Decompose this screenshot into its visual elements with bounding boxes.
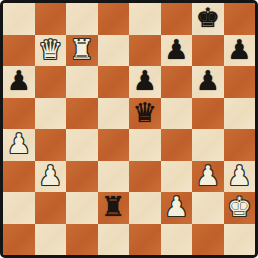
square-d1[interactable] (98, 224, 130, 256)
square-h3[interactable]: ♟ (224, 161, 256, 193)
square-d5[interactable] (98, 98, 130, 130)
piece-white-pawn[interactable]: ♟ (227, 162, 251, 189)
square-h1[interactable] (224, 224, 256, 256)
square-a5[interactable] (3, 98, 35, 130)
square-e6[interactable]: ♟ (129, 66, 161, 98)
square-f2[interactable]: ♟ (161, 192, 193, 224)
square-d7[interactable] (98, 35, 130, 67)
piece-black-pawn[interactable]: ♟ (133, 67, 157, 94)
square-d8[interactable] (98, 3, 130, 35)
square-b4[interactable] (35, 129, 67, 161)
square-h5[interactable] (224, 98, 256, 130)
square-f8[interactable] (161, 3, 193, 35)
square-g4[interactable] (192, 129, 224, 161)
chess-board: ♚♛♜♟♟♟♟♟♛♟♟♟♟♜♟♚ (3, 3, 255, 255)
square-g7[interactable] (192, 35, 224, 67)
square-c1[interactable] (66, 224, 98, 256)
square-f7[interactable]: ♟ (161, 35, 193, 67)
square-h7[interactable]: ♟ (224, 35, 256, 67)
piece-white-king[interactable]: ♚ (227, 193, 251, 220)
square-f3[interactable] (161, 161, 193, 193)
square-d3[interactable] (98, 161, 130, 193)
square-h6[interactable] (224, 66, 256, 98)
square-b8[interactable] (35, 3, 67, 35)
square-e4[interactable] (129, 129, 161, 161)
square-b1[interactable] (35, 224, 67, 256)
piece-black-rook[interactable]: ♜ (101, 193, 125, 220)
square-d4[interactable] (98, 129, 130, 161)
piece-white-rook[interactable]: ♜ (70, 36, 94, 63)
piece-black-queen[interactable]: ♛ (133, 99, 157, 126)
square-e8[interactable] (129, 3, 161, 35)
square-c7[interactable]: ♜ (66, 35, 98, 67)
square-h4[interactable] (224, 129, 256, 161)
square-b7[interactable]: ♛ (35, 35, 67, 67)
square-a1[interactable] (3, 224, 35, 256)
square-d6[interactable] (98, 66, 130, 98)
square-e3[interactable] (129, 161, 161, 193)
piece-white-pawn[interactable]: ♟ (164, 193, 188, 220)
square-c3[interactable] (66, 161, 98, 193)
square-h8[interactable] (224, 3, 256, 35)
square-e7[interactable] (129, 35, 161, 67)
piece-white-queen[interactable]: ♛ (38, 36, 62, 63)
square-f1[interactable] (161, 224, 193, 256)
square-f5[interactable] (161, 98, 193, 130)
square-e2[interactable] (129, 192, 161, 224)
square-b2[interactable] (35, 192, 67, 224)
board-frame: ♚♛♜♟♟♟♟♟♛♟♟♟♟♜♟♚ (0, 0, 258, 258)
square-b6[interactable] (35, 66, 67, 98)
piece-black-pawn[interactable]: ♟ (164, 36, 188, 63)
square-b3[interactable]: ♟ (35, 161, 67, 193)
square-a6[interactable]: ♟ (3, 66, 35, 98)
square-f6[interactable] (161, 66, 193, 98)
square-b5[interactable] (35, 98, 67, 130)
square-c6[interactable] (66, 66, 98, 98)
square-g3[interactable]: ♟ (192, 161, 224, 193)
square-g2[interactable] (192, 192, 224, 224)
square-a7[interactable] (3, 35, 35, 67)
square-d2[interactable]: ♜ (98, 192, 130, 224)
square-c2[interactable] (66, 192, 98, 224)
square-g8[interactable]: ♚ (192, 3, 224, 35)
square-g5[interactable] (192, 98, 224, 130)
square-a4[interactable]: ♟ (3, 129, 35, 161)
square-a8[interactable] (3, 3, 35, 35)
chess-diagram: ♚♛♜♟♟♟♟♟♛♟♟♟♟♜♟♚ (0, 0, 258, 258)
square-g6[interactable]: ♟ (192, 66, 224, 98)
piece-black-king[interactable]: ♚ (196, 4, 220, 31)
square-e1[interactable] (129, 224, 161, 256)
piece-black-pawn[interactable]: ♟ (196, 67, 220, 94)
piece-white-pawn[interactable]: ♟ (38, 162, 62, 189)
square-h2[interactable]: ♚ (224, 192, 256, 224)
piece-black-pawn[interactable]: ♟ (227, 36, 251, 63)
square-a2[interactable] (3, 192, 35, 224)
square-a3[interactable] (3, 161, 35, 193)
square-f4[interactable] (161, 129, 193, 161)
square-g1[interactable] (192, 224, 224, 256)
piece-white-pawn[interactable]: ♟ (7, 130, 31, 157)
square-c4[interactable] (66, 129, 98, 161)
square-e5[interactable]: ♛ (129, 98, 161, 130)
square-c5[interactable] (66, 98, 98, 130)
square-c8[interactable] (66, 3, 98, 35)
piece-black-pawn[interactable]: ♟ (7, 67, 31, 94)
piece-white-pawn[interactable]: ♟ (196, 162, 220, 189)
